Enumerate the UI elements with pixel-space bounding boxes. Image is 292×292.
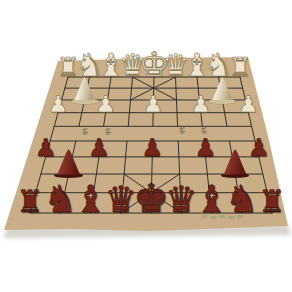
xiangqi-set-photo: ♜♞♝♛♚♛♝♞♜♟♟♟♟♟♟♟♟♟♟♜♞♝♛♚♛♝♞♜ xyxy=(0,0,292,292)
piece-red-chariot[interactable]: ♜ xyxy=(249,187,292,217)
piece-red-cannon[interactable] xyxy=(55,149,81,177)
piece-red-soldier[interactable]: ♟ xyxy=(134,136,171,160)
piece-ivory-soldier[interactable]: ♟ xyxy=(88,93,123,116)
piece-red-soldier[interactable]: ♟ xyxy=(187,136,224,160)
piece-red-soldier[interactable]: ♟ xyxy=(81,136,118,160)
piece-ivory-soldier[interactable]: ♟ xyxy=(183,93,218,116)
pieces-layer: ♜♞♝♛♚♛♝♞♜♟♟♟♟♟♟♟♟♟♟♜♞♝♛♚♛♝♞♜ xyxy=(0,0,292,292)
piece-ivory-soldier[interactable]: ♟ xyxy=(41,93,76,116)
piece-ivory-soldier[interactable]: ♟ xyxy=(231,93,266,116)
piece-ivory-soldier[interactable]: ♟ xyxy=(136,93,171,116)
piece-red-cannon[interactable] xyxy=(222,149,248,177)
